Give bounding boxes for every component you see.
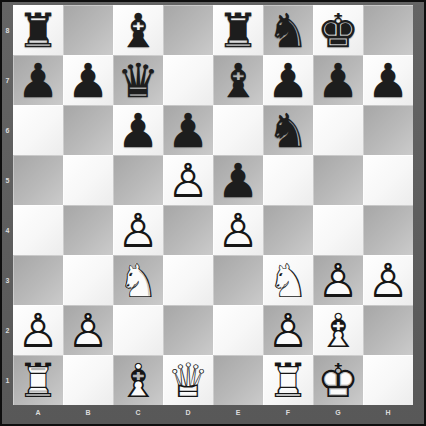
black-knight[interactable]: ♞ — [263, 5, 313, 55]
black-pawn[interactable]: ♟ — [13, 55, 63, 105]
square-d5[interactable]: ♟♙ — [163, 155, 213, 205]
piece-glyph-outline: ♙ — [113, 205, 163, 255]
square-f3[interactable]: ♞♘ — [263, 255, 313, 305]
black-pawn[interactable]: ♟ — [313, 55, 363, 105]
square-c8[interactable]: ♝ — [113, 5, 163, 55]
chess-board-frame: ♜♝♜♞♚♟♟♛♝♟♟♟♟♟♞♟♙♟♟♙♟♙♞♘♞♘♟♙♟♙♟♙♟♙♟♙♝♗♜♖… — [0, 0, 426, 426]
square-h4[interactable] — [363, 205, 413, 255]
piece-glyph-fill: ♝ — [213, 55, 263, 105]
square-c1[interactable]: ♝♗ — [113, 355, 163, 405]
piece-glyph-fill: ♟ — [13, 55, 63, 105]
square-e3[interactable] — [213, 255, 263, 305]
square-f6[interactable]: ♞ — [263, 105, 313, 155]
square-a4[interactable] — [13, 205, 63, 255]
piece-glyph-outline: ♖ — [13, 355, 63, 405]
square-a7[interactable]: ♟ — [13, 55, 63, 105]
square-g5[interactable] — [313, 155, 363, 205]
rank-label-2: 2 — [2, 305, 13, 355]
square-h3[interactable]: ♟♙ — [363, 255, 413, 305]
square-e8[interactable]: ♜ — [213, 5, 263, 55]
square-a2[interactable]: ♟♙ — [13, 305, 63, 355]
square-b3[interactable] — [63, 255, 113, 305]
square-e6[interactable] — [213, 105, 263, 155]
square-b7[interactable]: ♟ — [63, 55, 113, 105]
square-f2[interactable]: ♟♙ — [263, 305, 313, 355]
black-pawn[interactable]: ♟ — [113, 105, 163, 155]
board: ♜♝♜♞♚♟♟♛♝♟♟♟♟♟♞♟♙♟♟♙♟♙♞♘♞♘♟♙♟♙♟♙♟♙♟♙♝♗♜♖… — [13, 5, 413, 405]
white-queen[interactable]: ♛♕ — [163, 355, 213, 405]
rank-label-7: 7 — [2, 55, 13, 105]
square-h1[interactable] — [363, 355, 413, 405]
black-knight[interactable]: ♞ — [263, 105, 313, 155]
piece-glyph-fill: ♟ — [63, 55, 113, 105]
square-h5[interactable] — [363, 155, 413, 205]
square-h2[interactable] — [363, 305, 413, 355]
white-pawn[interactable]: ♟♙ — [213, 205, 263, 255]
piece-glyph-fill: ♟ — [163, 105, 213, 155]
file-label-c: C — [113, 405, 163, 420]
square-f7[interactable]: ♟ — [263, 55, 313, 105]
piece-glyph-outline: ♙ — [313, 255, 363, 305]
square-g4[interactable] — [313, 205, 363, 255]
piece-glyph-outline: ♘ — [113, 255, 163, 305]
square-d6[interactable]: ♟ — [163, 105, 213, 155]
square-a1[interactable]: ♜♖ — [13, 355, 63, 405]
piece-glyph-outline: ♔ — [313, 355, 363, 405]
white-pawn[interactable]: ♟♙ — [263, 305, 313, 355]
piece-glyph-outline: ♘ — [263, 255, 313, 305]
white-bishop[interactable]: ♝♗ — [113, 355, 163, 405]
piece-glyph-fill: ♞ — [263, 5, 313, 55]
piece-glyph-fill: ♟ — [363, 55, 413, 105]
file-label-a: A — [13, 405, 63, 420]
square-h8[interactable] — [363, 5, 413, 55]
file-label-b: B — [63, 405, 113, 420]
black-pawn[interactable]: ♟ — [163, 105, 213, 155]
square-g6[interactable] — [313, 105, 363, 155]
square-a6[interactable] — [13, 105, 63, 155]
square-h7[interactable]: ♟ — [363, 55, 413, 105]
file-label-f: F — [263, 405, 313, 420]
white-rook[interactable]: ♜♖ — [263, 355, 313, 405]
square-a5[interactable] — [13, 155, 63, 205]
black-rook[interactable]: ♜ — [13, 5, 63, 55]
white-pawn[interactable]: ♟♙ — [13, 305, 63, 355]
square-c5[interactable] — [113, 155, 163, 205]
black-pawn[interactable]: ♟ — [363, 55, 413, 105]
piece-glyph-outline: ♙ — [163, 155, 213, 205]
square-a3[interactable] — [13, 255, 63, 305]
square-b1[interactable] — [63, 355, 113, 405]
square-g1[interactable]: ♚♔ — [313, 355, 363, 405]
square-c7[interactable]: ♛ — [113, 55, 163, 105]
piece-glyph-outline: ♙ — [13, 305, 63, 355]
white-pawn[interactable]: ♟♙ — [313, 255, 363, 305]
square-g8[interactable]: ♚ — [313, 5, 363, 55]
white-king[interactable]: ♚♔ — [313, 355, 363, 405]
piece-glyph-fill: ♛ — [113, 55, 163, 105]
black-pawn[interactable]: ♟ — [213, 155, 263, 205]
piece-glyph-fill: ♟ — [313, 55, 363, 105]
file-label-h: H — [363, 405, 413, 420]
square-b4[interactable] — [63, 205, 113, 255]
square-d1[interactable]: ♛♕ — [163, 355, 213, 405]
piece-glyph-fill: ♟ — [213, 155, 263, 205]
square-c6[interactable]: ♟ — [113, 105, 163, 155]
square-g3[interactable]: ♟♙ — [313, 255, 363, 305]
piece-glyph-outline: ♖ — [263, 355, 313, 405]
square-d2[interactable] — [163, 305, 213, 355]
piece-glyph-fill: ♝ — [113, 5, 163, 55]
square-d7[interactable] — [163, 55, 213, 105]
square-e7[interactable]: ♝ — [213, 55, 263, 105]
rank-label-5: 5 — [2, 155, 13, 205]
piece-glyph-outline: ♗ — [313, 305, 363, 355]
square-c2[interactable] — [113, 305, 163, 355]
white-pawn[interactable]: ♟♙ — [113, 205, 163, 255]
file-label-d: D — [163, 405, 213, 420]
rank-label-6: 6 — [2, 105, 13, 155]
piece-glyph-fill: ♟ — [263, 55, 313, 105]
board-border: ♜♝♜♞♚♟♟♛♝♟♟♟♟♟♞♟♙♟♟♙♟♙♞♘♞♘♟♙♟♙♟♙♟♙♟♙♝♗♜♖… — [2, 2, 424, 424]
rank-label-3: 3 — [2, 255, 13, 305]
square-b8[interactable] — [63, 5, 113, 55]
square-b5[interactable] — [63, 155, 113, 205]
square-f1[interactable]: ♜♖ — [263, 355, 313, 405]
black-king[interactable]: ♚ — [313, 5, 363, 55]
square-b2[interactable]: ♟♙ — [63, 305, 113, 355]
square-d4[interactable] — [163, 205, 213, 255]
white-knight[interactable]: ♞♘ — [263, 255, 313, 305]
piece-glyph-fill: ♞ — [263, 105, 313, 155]
white-rook[interactable]: ♜♖ — [13, 355, 63, 405]
black-pawn[interactable]: ♟ — [63, 55, 113, 105]
rank-label-4: 4 — [2, 205, 13, 255]
black-bishop[interactable]: ♝ — [113, 5, 163, 55]
white-bishop[interactable]: ♝♗ — [313, 305, 363, 355]
white-knight[interactable]: ♞♘ — [113, 255, 163, 305]
square-e1[interactable] — [213, 355, 263, 405]
black-pawn[interactable]: ♟ — [263, 55, 313, 105]
square-e2[interactable] — [213, 305, 263, 355]
square-c3[interactable]: ♞♘ — [113, 255, 163, 305]
square-g7[interactable]: ♟ — [313, 55, 363, 105]
square-f8[interactable]: ♞ — [263, 5, 313, 55]
square-f5[interactable] — [263, 155, 313, 205]
square-h6[interactable] — [363, 105, 413, 155]
piece-glyph-outline: ♕ — [163, 355, 213, 405]
piece-glyph-fill: ♟ — [113, 105, 163, 155]
black-queen[interactable]: ♛ — [113, 55, 163, 105]
piece-glyph-outline: ♙ — [263, 305, 313, 355]
square-a8[interactable]: ♜ — [13, 5, 63, 55]
black-bishop[interactable]: ♝ — [213, 55, 263, 105]
piece-glyph-fill: ♜ — [213, 5, 263, 55]
rank-label-1: 1 — [2, 355, 13, 405]
square-f4[interactable] — [263, 205, 313, 255]
white-pawn[interactable]: ♟♙ — [163, 155, 213, 205]
piece-glyph-outline: ♙ — [213, 205, 263, 255]
piece-glyph-fill: ♜ — [13, 5, 63, 55]
file-label-g: G — [313, 405, 363, 420]
piece-glyph-outline: ♙ — [63, 305, 113, 355]
square-c4[interactable]: ♟♙ — [113, 205, 163, 255]
file-label-e: E — [213, 405, 263, 420]
piece-glyph-fill: ♚ — [313, 5, 363, 55]
square-e4[interactable]: ♟♙ — [213, 205, 263, 255]
black-rook[interactable]: ♜ — [213, 5, 263, 55]
square-b6[interactable] — [63, 105, 113, 155]
rank-label-8: 8 — [2, 5, 13, 55]
square-d3[interactable] — [163, 255, 213, 305]
square-d8[interactable] — [163, 5, 213, 55]
white-pawn[interactable]: ♟♙ — [363, 255, 413, 305]
square-g2[interactable]: ♝♗ — [313, 305, 363, 355]
piece-glyph-outline: ♗ — [113, 355, 163, 405]
piece-glyph-outline: ♙ — [363, 255, 413, 305]
square-e5[interactable]: ♟ — [213, 155, 263, 205]
white-pawn[interactable]: ♟♙ — [63, 305, 113, 355]
